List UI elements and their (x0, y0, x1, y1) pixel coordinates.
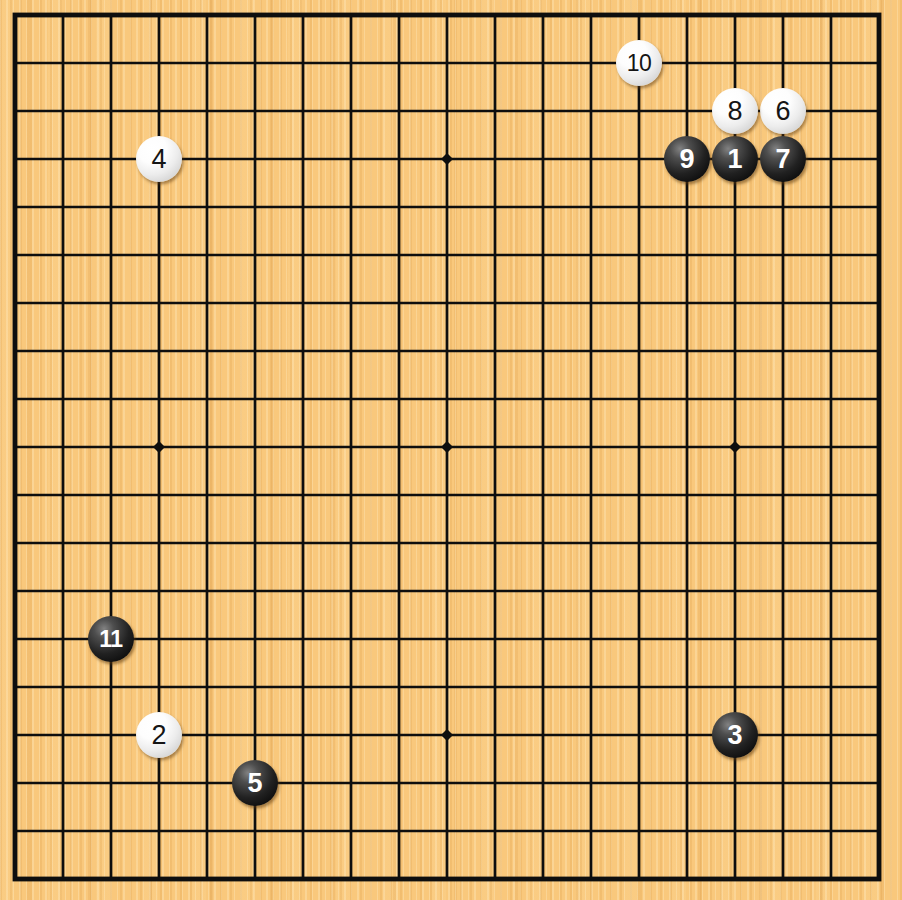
stone-black-11: 11 (88, 616, 134, 662)
stone-black-3: 3 (712, 712, 758, 758)
stone-white-8: 8 (712, 88, 758, 134)
stone-number: 9 (679, 146, 694, 173)
stone-number: 1 (727, 146, 742, 173)
go-board[interactable]: 1234567891011 (0, 0, 902, 900)
stones-layer: 1234567891011 (0, 0, 902, 900)
stone-number: 7 (775, 146, 790, 173)
stone-number: 6 (775, 98, 790, 125)
stone-white-4: 4 (136, 136, 182, 182)
stone-black-1: 1 (712, 136, 758, 182)
stone-number: 4 (151, 146, 166, 173)
stone-black-7: 7 (760, 136, 806, 182)
stone-number: 5 (247, 770, 262, 797)
stone-number: 2 (151, 722, 166, 749)
stone-white-6: 6 (760, 88, 806, 134)
stone-white-10: 10 (616, 40, 662, 86)
stone-black-5: 5 (232, 760, 278, 806)
stone-number: 11 (99, 628, 122, 651)
stone-number: 8 (727, 98, 742, 125)
stone-number: 10 (627, 52, 652, 75)
stone-black-9: 9 (664, 136, 710, 182)
stone-number: 3 (727, 722, 742, 749)
stone-white-2: 2 (136, 712, 182, 758)
